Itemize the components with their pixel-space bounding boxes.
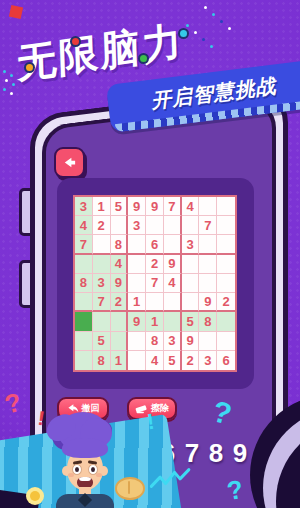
question-mark-decor: ?: [2, 388, 24, 417]
sudoku-cell-r3c3[interactable]: 8: [111, 235, 129, 254]
left-arrow-icon: [62, 155, 77, 170]
sudoku-cell-r5c6[interactable]: 4: [164, 274, 182, 293]
sudoku-cell-r4c1[interactable]: [75, 255, 93, 274]
sudoku-cell-r6c4[interactable]: 1: [128, 293, 146, 312]
sudoku-board-tray: 3159974423778634298397472192915858398145…: [57, 178, 254, 389]
sudoku-cell-r2c6[interactable]: [164, 216, 182, 235]
sudoku-cell-r3c8[interactable]: [199, 235, 217, 254]
sudoku-cell-r5c7[interactable]: [182, 274, 200, 293]
sudoku-cell-r7c2[interactable]: [93, 312, 111, 331]
numpad-digit-8[interactable]: 8: [204, 438, 228, 469]
decor-dot: [10, 92, 13, 95]
sudoku-cell-r7c3[interactable]: [111, 312, 129, 331]
character-avatar: [50, 412, 120, 508]
back-button[interactable]: [54, 147, 85, 178]
sudoku-cell-r7c6[interactable]: [164, 312, 182, 331]
sudoku-cell-r5c2[interactable]: 3: [93, 274, 111, 293]
sudoku-cell-r1c3[interactable]: 5: [111, 197, 129, 216]
decor-dot: [3, 70, 6, 73]
hair-fringe: [62, 438, 108, 458]
sudoku-cell-r9c7[interactable]: 2: [182, 351, 200, 370]
sudoku-cell-r8c7[interactable]: 9: [182, 332, 200, 351]
sudoku-cell-r7c1[interactable]: [75, 312, 93, 331]
sudoku-cell-r9c9[interactable]: 6: [217, 351, 235, 370]
sudoku-cell-r6c7[interactable]: [182, 293, 200, 312]
sudoku-cell-r5c5[interactable]: 7: [146, 274, 164, 293]
sudoku-cell-r5c3[interactable]: 9: [111, 274, 129, 293]
sudoku-cell-r7c7[interactable]: 5: [182, 312, 200, 331]
sudoku-cell-r8c2[interactable]: 5: [93, 332, 111, 351]
sudoku-cell-r2c3[interactable]: [111, 216, 129, 235]
sudoku-cell-r4c6[interactable]: 9: [164, 255, 182, 274]
sudoku-cell-r4c7[interactable]: [182, 255, 200, 274]
sudoku-cell-r9c4[interactable]: [128, 351, 146, 370]
sudoku-cell-r1c6[interactable]: 7: [164, 197, 182, 216]
sudoku-cell-r8c9[interactable]: [217, 332, 235, 351]
zigzag-icon: [149, 464, 191, 493]
sudoku-cell-r9c1[interactable]: [75, 351, 93, 370]
decor-dot: [180, 30, 187, 37]
sudoku-cell-r8c6[interactable]: 3: [164, 332, 182, 351]
sudoku-cell-r8c8[interactable]: [199, 332, 217, 351]
erase-label: 擦除: [151, 402, 169, 415]
sudoku-cell-r7c4[interactable]: 9: [128, 312, 146, 331]
sudoku-cell-r4c8[interactable]: [199, 255, 217, 274]
sudoku-cell-r1c8[interactable]: [199, 197, 217, 216]
decor-dot: [5, 79, 8, 82]
decor-dot: [72, 38, 79, 45]
sudoku-cell-r7c9[interactable]: [217, 312, 235, 331]
sudoku-cell-r6c8[interactable]: 9: [199, 293, 217, 312]
sudoku-cell-r4c3[interactable]: 4: [111, 255, 129, 274]
sudoku-cell-r4c4[interactable]: [128, 255, 146, 274]
sudoku-cell-r9c2[interactable]: 8: [93, 351, 111, 370]
sudoku-cell-r1c5[interactable]: 9: [146, 197, 164, 216]
sudoku-cell-r1c7[interactable]: 4: [182, 197, 200, 216]
sudoku-cell-r2c5[interactable]: [146, 216, 164, 235]
sudoku-cell-r6c9[interactable]: 2: [217, 293, 235, 312]
sudoku-cell-r9c8[interactable]: 3: [199, 351, 217, 370]
decor-dot: [10, 74, 13, 77]
decor-dot: [26, 64, 33, 71]
sudoku-cell-r1c4[interactable]: 9: [128, 197, 146, 216]
sudoku-cell-r9c6[interactable]: 5: [164, 351, 182, 370]
sudoku-cell-r1c1[interactable]: 3: [75, 197, 93, 216]
sudoku-cell-r5c1[interactable]: 8: [75, 274, 93, 293]
accent-square: [9, 5, 23, 19]
decor-dot: [228, 27, 231, 30]
sudoku-cell-r6c3[interactable]: 2: [111, 293, 129, 312]
sudoku-cell-r8c3[interactable]: [111, 332, 129, 351]
sudoku-cell-r1c9[interactable]: [217, 197, 235, 216]
sudoku-cell-r3c2[interactable]: [93, 235, 111, 254]
sudoku-cell-r3c6[interactable]: [164, 235, 182, 254]
decor-dot: [12, 83, 15, 86]
numpad-digit-9[interactable]: 9: [228, 438, 252, 469]
sudoku-cell-r6c1[interactable]: [75, 293, 93, 312]
sudoku-cell-r5c8[interactable]: [199, 274, 217, 293]
sudoku-cell-r6c6[interactable]: [164, 293, 182, 312]
sudoku-cell-r1c2[interactable]: 1: [93, 197, 111, 216]
decor-dot: [140, 55, 147, 62]
sudoku-cell-r6c2[interactable]: 7: [93, 293, 111, 312]
sudoku-cell-r4c9[interactable]: [217, 255, 235, 274]
sudoku-cell-r7c5[interactable]: 1: [146, 312, 164, 331]
sudoku-cell-r8c4[interactable]: [128, 332, 146, 351]
sudoku-cell-r5c4[interactable]: [128, 274, 146, 293]
sudoku-cell-r2c1[interactable]: 4: [75, 216, 93, 235]
sudoku-cell-r8c1[interactable]: [75, 332, 93, 351]
egg-icon: [26, 487, 44, 505]
sudoku-cell-r3c5[interactable]: 6: [146, 235, 164, 254]
sudoku-cell-r3c4[interactable]: [128, 235, 146, 254]
sudoku-cell-r8c5[interactable]: 8: [146, 332, 164, 351]
sudoku-cell-r4c2[interactable]: [93, 255, 111, 274]
app-screenshot: 无限脑力 开启智慧挑战 3159974423778634298397472192…: [0, 0, 300, 508]
sudoku-grid: 3159974423778634298397472192915858398145…: [73, 195, 237, 372]
sudoku-cell-r2c4[interactable]: 3: [128, 216, 146, 235]
decor-dot: [204, 6, 207, 9]
sudoku-cell-r5c9[interactable]: [217, 274, 235, 293]
sudoku-cell-r2c8[interactable]: 7: [199, 216, 217, 235]
sudoku-cell-r2c9[interactable]: [217, 216, 235, 235]
sudoku-cell-r6c5[interactable]: [146, 293, 164, 312]
sudoku-cell-r9c3[interactable]: 1: [111, 351, 129, 370]
sudoku-cell-r4c5[interactable]: 2: [146, 255, 164, 274]
sudoku-cell-r3c9[interactable]: [217, 235, 235, 254]
sudoku-cell-r3c1[interactable]: 7: [75, 235, 93, 254]
numpad-digit-7[interactable]: 7: [180, 438, 204, 469]
sudoku-cell-r7c8[interactable]: 8: [199, 312, 217, 331]
sudoku-cell-r2c7[interactable]: [182, 216, 200, 235]
decor-dot: [3, 88, 6, 91]
sudoku-cell-r2c2[interactable]: 2: [93, 216, 111, 235]
sudoku-cell-r3c7[interactable]: 3: [182, 235, 200, 254]
sudoku-cell-r9c5[interactable]: 4: [146, 351, 164, 370]
